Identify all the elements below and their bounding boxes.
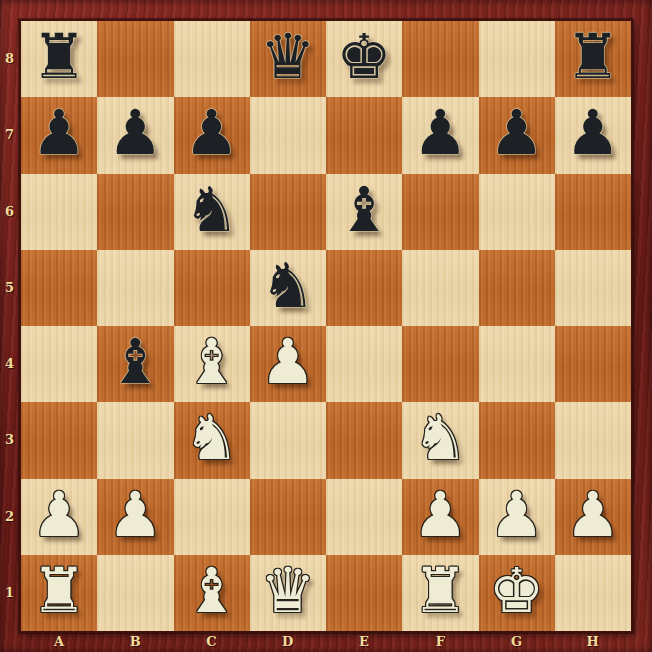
piece-white-pawn-f2[interactable]: ♟ xyxy=(413,484,469,546)
square-a6[interactable] xyxy=(21,174,97,250)
square-a1[interactable]: ♜ xyxy=(21,555,97,631)
square-d3[interactable] xyxy=(250,402,326,478)
piece-black-rook-h8[interactable]: ♜ xyxy=(565,26,621,88)
file-label-f: F xyxy=(402,634,478,649)
piece-white-pawn-a2[interactable]: ♟ xyxy=(31,484,87,546)
square-c1[interactable]: ♝ xyxy=(174,555,250,631)
square-b5[interactable] xyxy=(97,250,173,326)
square-a5[interactable] xyxy=(21,250,97,326)
file-label-c: C xyxy=(174,634,250,649)
piece-white-pawn-h2[interactable]: ♟ xyxy=(565,484,621,546)
rank-label-4: 4 xyxy=(0,356,19,371)
file-label-d: D xyxy=(250,634,326,649)
piece-white-queen-d1[interactable]: ♛ xyxy=(260,560,316,622)
piece-black-rook-a8[interactable]: ♜ xyxy=(31,26,87,88)
piece-white-rook-f1[interactable]: ♜ xyxy=(413,560,469,622)
square-d4[interactable]: ♟ xyxy=(250,326,326,402)
file-label-a: A xyxy=(21,634,97,649)
square-f5[interactable] xyxy=(402,250,478,326)
piece-white-rook-a1[interactable]: ♜ xyxy=(31,560,87,622)
square-g1[interactable]: ♚ xyxy=(479,555,555,631)
rank-label-2: 2 xyxy=(0,509,19,524)
file-label-g: G xyxy=(479,634,555,649)
square-e2[interactable] xyxy=(326,479,402,555)
square-g7[interactable]: ♟ xyxy=(479,97,555,173)
piece-white-pawn-d4[interactable]: ♟ xyxy=(260,331,316,393)
square-b4[interactable]: ♝ xyxy=(97,326,173,402)
piece-black-king-e8[interactable]: ♚ xyxy=(336,26,392,88)
rank-label-3: 3 xyxy=(0,432,19,447)
square-a7[interactable]: ♟ xyxy=(21,97,97,173)
piece-black-bishop-b4[interactable]: ♝ xyxy=(108,331,164,393)
square-c5[interactable] xyxy=(174,250,250,326)
square-d5[interactable]: ♞ xyxy=(250,250,326,326)
piece-white-king-g1[interactable]: ♚ xyxy=(489,560,545,622)
square-d1[interactable]: ♛ xyxy=(250,555,326,631)
chess-board: ♜♛♚♜♟♟♟♟♟♟♞♝♞♝♝♟♞♞♟♟♟♟♟♜♝♛♜♚ xyxy=(21,21,631,631)
square-d7[interactable] xyxy=(250,97,326,173)
piece-black-knight-d5[interactable]: ♞ xyxy=(260,255,316,317)
square-b6[interactable] xyxy=(97,174,173,250)
square-h2[interactable]: ♟ xyxy=(555,479,631,555)
rank-label-6: 6 xyxy=(0,204,19,219)
square-c4[interactable]: ♝ xyxy=(174,326,250,402)
square-e5[interactable] xyxy=(326,250,402,326)
piece-black-bishop-e6[interactable]: ♝ xyxy=(336,179,392,241)
square-h7[interactable]: ♟ xyxy=(555,97,631,173)
piece-black-pawn-b7[interactable]: ♟ xyxy=(108,102,164,164)
board-frame: ♜♛♚♜♟♟♟♟♟♟♞♝♞♝♝♟♞♞♟♟♟♟♟♜♝♛♜♚ 87654321 AB… xyxy=(0,0,652,652)
square-d8[interactable]: ♛ xyxy=(250,21,326,97)
square-b7[interactable]: ♟ xyxy=(97,97,173,173)
file-label-e: E xyxy=(326,634,402,649)
square-h8[interactable]: ♜ xyxy=(555,21,631,97)
rank-label-1: 1 xyxy=(0,585,19,600)
piece-black-pawn-c7[interactable]: ♟ xyxy=(184,102,240,164)
square-h1[interactable] xyxy=(555,555,631,631)
square-g2[interactable]: ♟ xyxy=(479,479,555,555)
rank-label-8: 8 xyxy=(0,51,19,66)
square-d6[interactable] xyxy=(250,174,326,250)
square-g6[interactable] xyxy=(479,174,555,250)
rank-label-5: 5 xyxy=(0,280,19,295)
square-e4[interactable] xyxy=(326,326,402,402)
square-e8[interactable]: ♚ xyxy=(326,21,402,97)
piece-black-pawn-g7[interactable]: ♟ xyxy=(489,102,545,164)
piece-white-knight-c3[interactable]: ♞ xyxy=(184,407,240,469)
square-e1[interactable] xyxy=(326,555,402,631)
square-c7[interactable]: ♟ xyxy=(174,97,250,173)
rank-label-7: 7 xyxy=(0,127,19,142)
square-f6[interactable] xyxy=(402,174,478,250)
square-f3[interactable]: ♞ xyxy=(402,402,478,478)
square-d2[interactable] xyxy=(250,479,326,555)
square-b2[interactable]: ♟ xyxy=(97,479,173,555)
chess-board-rim: ♜♛♚♜♟♟♟♟♟♟♞♝♞♝♝♟♞♞♟♟♟♟♟♜♝♛♜♚ xyxy=(19,19,633,633)
piece-black-pawn-h7[interactable]: ♟ xyxy=(565,102,621,164)
square-f4[interactable] xyxy=(402,326,478,402)
piece-black-pawn-a7[interactable]: ♟ xyxy=(31,102,87,164)
file-label-h: H xyxy=(555,634,631,649)
square-c6[interactable]: ♞ xyxy=(174,174,250,250)
square-f1[interactable]: ♜ xyxy=(402,555,478,631)
square-h3[interactable] xyxy=(555,402,631,478)
square-g8[interactable] xyxy=(479,21,555,97)
square-e6[interactable]: ♝ xyxy=(326,174,402,250)
square-a4[interactable] xyxy=(21,326,97,402)
square-g5[interactable] xyxy=(479,250,555,326)
file-label-b: B xyxy=(97,634,173,649)
square-f2[interactable]: ♟ xyxy=(402,479,478,555)
square-a3[interactable] xyxy=(21,402,97,478)
piece-black-queen-d8[interactable]: ♛ xyxy=(260,26,316,88)
square-f8[interactable] xyxy=(402,21,478,97)
piece-black-pawn-f7[interactable]: ♟ xyxy=(413,102,469,164)
square-b1[interactable] xyxy=(97,555,173,631)
piece-white-knight-f3[interactable]: ♞ xyxy=(413,407,469,469)
square-b8[interactable] xyxy=(97,21,173,97)
square-c8[interactable] xyxy=(174,21,250,97)
square-h5[interactable] xyxy=(555,250,631,326)
square-b3[interactable] xyxy=(97,402,173,478)
square-g3[interactable] xyxy=(479,402,555,478)
square-f7[interactable]: ♟ xyxy=(402,97,478,173)
square-a8[interactable]: ♜ xyxy=(21,21,97,97)
square-h6[interactable] xyxy=(555,174,631,250)
square-a2[interactable]: ♟ xyxy=(21,479,97,555)
piece-white-bishop-c4[interactable]: ♝ xyxy=(184,331,240,393)
piece-white-pawn-b2[interactable]: ♟ xyxy=(108,484,164,546)
square-c2[interactable] xyxy=(174,479,250,555)
square-e7[interactable] xyxy=(326,97,402,173)
square-g4[interactable] xyxy=(479,326,555,402)
square-c3[interactable]: ♞ xyxy=(174,402,250,478)
piece-white-pawn-g2[interactable]: ♟ xyxy=(489,484,545,546)
piece-black-knight-c6[interactable]: ♞ xyxy=(184,179,240,241)
piece-white-bishop-c1[interactable]: ♝ xyxy=(184,560,240,622)
square-h4[interactable] xyxy=(555,326,631,402)
square-e3[interactable] xyxy=(326,402,402,478)
